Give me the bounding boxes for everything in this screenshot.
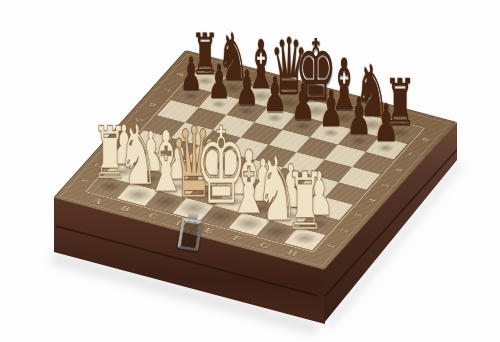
piece-black-pawn-h7: ♟ <box>374 97 400 149</box>
piece-black-pawn-f7: ♟ <box>318 84 343 134</box>
piece-black-pawn-b7: ♟ <box>208 58 231 105</box>
piece-white-rook-h1: ♜ <box>285 161 324 241</box>
piece-black-pawn-d7: ♟ <box>263 71 287 120</box>
piece-black-pawn-g7: ♟ <box>346 91 371 142</box>
piece-black-pawn-e7: ♟ <box>291 78 315 128</box>
chess-set-product-photo: ABCDEFGH8877665544332211 ♜♞♝♛♚♝♞♜♟♟♟♟♟♟♟… <box>0 0 500 342</box>
piece-black-pawn-a7: ♟ <box>180 51 203 97</box>
